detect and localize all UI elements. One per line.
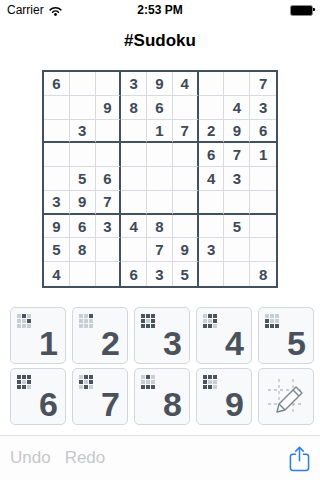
- cell-r4c5[interactable]: [147, 143, 173, 167]
- numpad-button-7[interactable]: 7: [72, 368, 128, 425]
- numpad-button-8[interactable]: 8: [134, 368, 190, 425]
- cell-r6c7[interactable]: [199, 191, 225, 215]
- cell-r6c1[interactable]: 3: [44, 191, 70, 215]
- cell-r4c8[interactable]: 7: [224, 143, 250, 167]
- cell-r7c1[interactable]: 9: [44, 215, 70, 239]
- cell-r2c4[interactable]: 8: [121, 96, 147, 120]
- cell-r2c9[interactable]: 3: [250, 96, 276, 120]
- numpad-label: 7: [101, 387, 120, 421]
- numpad-row-2: 6789: [10, 368, 314, 425]
- cell-r4c1[interactable]: [44, 143, 70, 167]
- cell-r4c7[interactable]: 6: [199, 143, 225, 167]
- cell-r8c8[interactable]: [224, 238, 250, 262]
- cell-r3c1[interactable]: [44, 120, 70, 144]
- box-presence-grid: [141, 314, 155, 328]
- numpad-button-6[interactable]: 6: [10, 368, 66, 425]
- app-window: Carrier 2:53 PM #Sudoku 6394798643317296…: [0, 0, 320, 480]
- cell-r5c6[interactable]: [173, 167, 199, 191]
- cell-r6c6[interactable]: [173, 191, 199, 215]
- cell-r5c2[interactable]: 5: [70, 167, 96, 191]
- cell-r6c4[interactable]: [121, 191, 147, 215]
- cell-r8c5[interactable]: 7: [147, 238, 173, 262]
- cell-r2c1[interactable]: [44, 96, 70, 120]
- battery-icon: [290, 5, 313, 16]
- cell-r2c7[interactable]: [199, 96, 225, 120]
- cell-r4c6[interactable]: [173, 143, 199, 167]
- cell-r1c1[interactable]: 6: [44, 72, 70, 96]
- clock: 2:53 PM: [0, 3, 320, 17]
- cell-r2c3[interactable]: 9: [96, 96, 122, 120]
- cell-r1c9[interactable]: 7: [250, 72, 276, 96]
- cell-r7c3[interactable]: 3: [96, 215, 122, 239]
- cell-r6c5[interactable]: [147, 191, 173, 215]
- cell-r9c1[interactable]: 4: [44, 262, 70, 286]
- numpad-label: 2: [101, 326, 120, 360]
- page-title: #Sudoku: [0, 31, 320, 51]
- cell-r3c3[interactable]: [96, 120, 122, 144]
- cell-r4c9[interactable]: 1: [250, 143, 276, 167]
- numpad-label: 5: [287, 326, 306, 360]
- box-presence-grid: [17, 375, 31, 389]
- numpad-button-1[interactable]: 1: [10, 307, 66, 364]
- cell-r5c7[interactable]: 4: [199, 167, 225, 191]
- cell-r9c7[interactable]: [199, 262, 225, 286]
- bottom-toolbar: Undo Redo: [0, 435, 320, 480]
- cell-r1c7[interactable]: [199, 72, 225, 96]
- cell-r9c5[interactable]: 3: [147, 262, 173, 286]
- cell-r9c6[interactable]: 5: [173, 262, 199, 286]
- cell-r8c9[interactable]: [250, 238, 276, 262]
- cell-r1c8[interactable]: [224, 72, 250, 96]
- numpad-button-3[interactable]: 3: [134, 307, 190, 364]
- cell-r8c3[interactable]: [96, 238, 122, 262]
- box-presence-grid: [141, 375, 155, 389]
- cell-r7c6[interactable]: [173, 215, 199, 239]
- cell-r6c9[interactable]: [250, 191, 276, 215]
- cell-r1c5[interactable]: 9: [147, 72, 173, 96]
- cell-r3c5[interactable]: 1: [147, 120, 173, 144]
- numpad-label: 1: [39, 326, 58, 360]
- numpad-label: 9: [225, 387, 244, 421]
- box-presence-grid: [17, 314, 31, 328]
- cell-r3c2[interactable]: 3: [70, 120, 96, 144]
- cell-r5c3[interactable]: 6: [96, 167, 122, 191]
- cell-r2c8[interactable]: 4: [224, 96, 250, 120]
- cell-r9c8[interactable]: [224, 262, 250, 286]
- cell-r3c4[interactable]: [121, 120, 147, 144]
- cell-r3c9[interactable]: 6: [250, 120, 276, 144]
- cell-r9c3[interactable]: [96, 262, 122, 286]
- board-area: 6394798643317296671564339796348558793463…: [0, 70, 320, 288]
- cell-r7c7[interactable]: [199, 215, 225, 239]
- cell-r5c1[interactable]: [44, 167, 70, 191]
- undo-button[interactable]: Undo: [10, 448, 51, 468]
- cell-r8c1[interactable]: 5: [44, 238, 70, 262]
- box-presence-grid: [79, 375, 93, 389]
- cell-r9c9[interactable]: 8: [250, 262, 276, 286]
- numpad-label: 4: [225, 326, 244, 360]
- cell-r3c8[interactable]: 9: [224, 120, 250, 144]
- sudoku-board: 6394798643317296671564339796348558793463…: [42, 70, 278, 288]
- share-icon: [289, 445, 310, 472]
- cell-r9c2[interactable]: [70, 262, 96, 286]
- pencil-icon: [264, 375, 308, 419]
- cell-r9c4[interactable]: 6: [121, 262, 147, 286]
- cell-r8c7[interactable]: 3: [199, 238, 225, 262]
- cell-r4c2[interactable]: [70, 143, 96, 167]
- cell-r1c3[interactable]: [96, 72, 122, 96]
- cell-r7c5[interactable]: 8: [147, 215, 173, 239]
- cell-r8c2[interactable]: 8: [70, 238, 96, 262]
- numpad-button-4[interactable]: 4: [196, 307, 252, 364]
- numpad-label: 8: [163, 387, 182, 421]
- share-button[interactable]: [289, 445, 310, 472]
- cell-r5c4[interactable]: [121, 167, 147, 191]
- numpad-button-9[interactable]: 9: [196, 368, 252, 425]
- numpad-label: 6: [39, 387, 58, 421]
- cell-r7c4[interactable]: 4: [121, 215, 147, 239]
- redo-button[interactable]: Redo: [65, 448, 106, 468]
- cell-r7c8[interactable]: 5: [224, 215, 250, 239]
- cell-r2c6[interactable]: [173, 96, 199, 120]
- box-presence-grid: [203, 314, 217, 328]
- box-presence-grid: [79, 314, 93, 328]
- cell-r1c6[interactable]: 4: [173, 72, 199, 96]
- cell-r5c9[interactable]: [250, 167, 276, 191]
- cell-r8c6[interactable]: 9: [173, 238, 199, 262]
- status-bar: Carrier 2:53 PM: [0, 0, 320, 20]
- box-presence-grid: [265, 314, 279, 328]
- cell-r6c3[interactable]: 7: [96, 191, 122, 215]
- cell-r1c2[interactable]: [70, 72, 96, 96]
- numpad-label: 3: [163, 326, 182, 360]
- cell-r6c8[interactable]: [224, 191, 250, 215]
- cell-r2c2[interactable]: [70, 96, 96, 120]
- numpad-button-2[interactable]: 2: [72, 307, 128, 364]
- cell-r2c5[interactable]: 6: [147, 96, 173, 120]
- cell-r6c2[interactable]: 9: [70, 191, 96, 215]
- cell-r5c5[interactable]: [147, 167, 173, 191]
- cell-r5c8[interactable]: 3: [224, 167, 250, 191]
- box-presence-grid: [203, 375, 217, 389]
- pencil-button[interactable]: [258, 368, 314, 425]
- cell-r4c4[interactable]: [121, 143, 147, 167]
- cell-r4c3[interactable]: [96, 143, 122, 167]
- cell-r3c7[interactable]: 2: [199, 120, 225, 144]
- cell-r8c4[interactable]: [121, 238, 147, 262]
- cell-r1c4[interactable]: 3: [121, 72, 147, 96]
- numpad-row-1: 12345: [10, 307, 314, 364]
- numpad-button-5[interactable]: 5: [258, 307, 314, 364]
- cell-r7c2[interactable]: 6: [70, 215, 96, 239]
- cell-r7c9[interactable]: [250, 215, 276, 239]
- cell-r3c6[interactable]: 7: [173, 120, 199, 144]
